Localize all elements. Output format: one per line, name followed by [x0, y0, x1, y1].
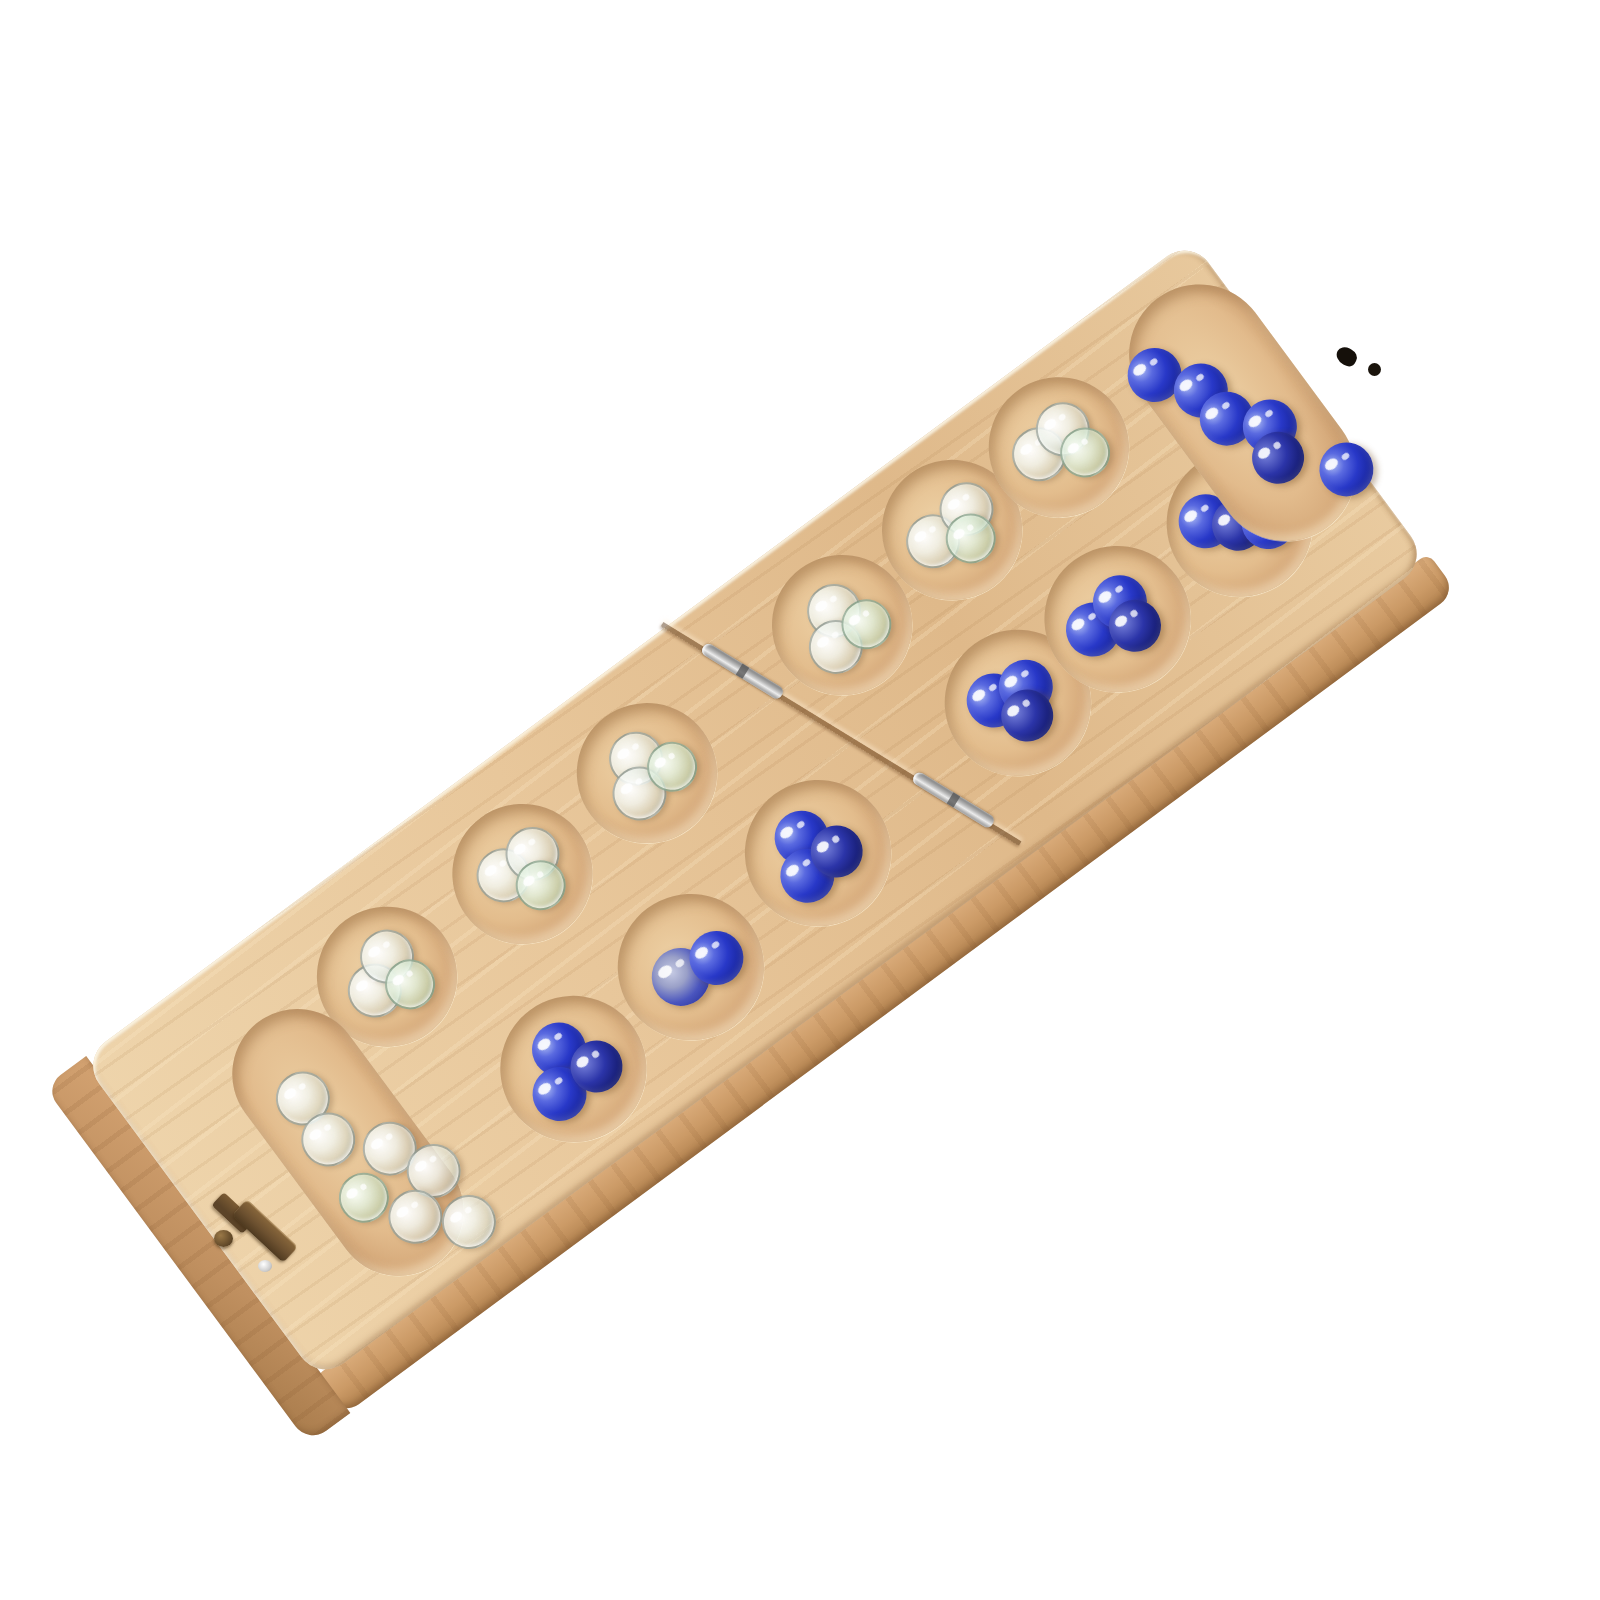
hinge-icon — [911, 770, 996, 829]
hinge-icon — [700, 642, 785, 701]
product-photo-scene — [0, 0, 1600, 1600]
latch-pin — [258, 1260, 272, 1272]
latch-hook-icon — [1368, 363, 1381, 376]
latch-knob — [214, 1230, 233, 1247]
latch-hook-icon — [1333, 344, 1360, 369]
latch-clasp — [208, 1186, 328, 1296]
store-blue — [1101, 256, 1383, 568]
bead-blue — [1309, 432, 1385, 508]
